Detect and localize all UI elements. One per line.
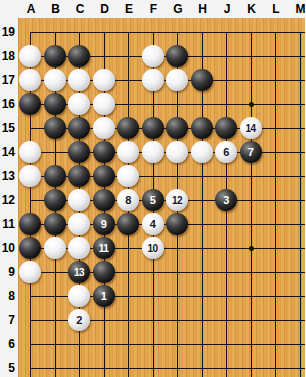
stone-white-F10-move-10[interactable]: 10 bbox=[142, 237, 164, 259]
row-label-9: 9 bbox=[0, 265, 15, 279]
stone-black-D11-move-9[interactable]: 9 bbox=[93, 213, 115, 235]
move-number-label: 1 bbox=[101, 290, 107, 302]
stone-white-H14[interactable] bbox=[191, 141, 213, 163]
stone-white-B17[interactable] bbox=[44, 69, 66, 91]
go-board-diagram: ABCDEFGHJKLM 1918171615141312111098765 1… bbox=[0, 0, 305, 377]
stone-black-B12[interactable] bbox=[44, 189, 66, 211]
stone-black-D9[interactable] bbox=[93, 261, 115, 283]
move-number-label: 5 bbox=[150, 194, 156, 206]
stone-black-A11[interactable] bbox=[19, 213, 41, 235]
stone-white-C12[interactable] bbox=[68, 189, 90, 211]
stone-black-C14[interactable] bbox=[68, 141, 90, 163]
stone-white-D16[interactable] bbox=[93, 93, 115, 115]
stone-white-D17[interactable] bbox=[93, 69, 115, 91]
stone-white-E12-move-8[interactable]: 8 bbox=[117, 189, 139, 211]
stone-white-F14[interactable] bbox=[142, 141, 164, 163]
stone-white-E14[interactable] bbox=[117, 141, 139, 163]
move-number-label: 2 bbox=[76, 314, 82, 326]
stone-white-C10[interactable] bbox=[68, 237, 90, 259]
stone-black-B13[interactable] bbox=[44, 165, 66, 187]
stone-black-F15[interactable] bbox=[142, 117, 164, 139]
stone-black-B16[interactable] bbox=[44, 93, 66, 115]
stone-white-F11-move-4[interactable]: 4 bbox=[142, 213, 164, 235]
grid-vline-L bbox=[275, 32, 276, 377]
row-label-13: 13 bbox=[0, 169, 15, 183]
stone-black-A10[interactable] bbox=[19, 237, 41, 259]
grid-hline-6 bbox=[30, 344, 305, 345]
col-label-D: D bbox=[93, 2, 117, 17]
stone-white-A18[interactable] bbox=[19, 45, 41, 67]
stone-white-E13[interactable] bbox=[117, 165, 139, 187]
col-label-H: H bbox=[191, 2, 215, 17]
stone-black-B11[interactable] bbox=[44, 213, 66, 235]
move-number-label: 11 bbox=[99, 243, 109, 254]
row-label-19: 19 bbox=[0, 25, 15, 39]
stone-black-G11[interactable] bbox=[166, 213, 188, 235]
stone-white-A9[interactable] bbox=[19, 261, 41, 283]
stone-black-D10-move-11[interactable]: 11 bbox=[93, 237, 115, 259]
move-number-label: 12 bbox=[172, 195, 182, 206]
stone-white-F17[interactable] bbox=[142, 69, 164, 91]
move-number-label: 3 bbox=[223, 194, 229, 206]
row-label-10: 10 bbox=[0, 241, 15, 255]
grid-vline-K bbox=[251, 32, 252, 377]
stone-white-G14[interactable] bbox=[166, 141, 188, 163]
stone-black-C9-move-13[interactable]: 13 bbox=[68, 261, 90, 283]
stone-black-E15[interactable] bbox=[117, 117, 139, 139]
move-number-label: 14 bbox=[245, 123, 255, 134]
row-label-8: 8 bbox=[0, 289, 15, 303]
stone-white-G17[interactable] bbox=[166, 69, 188, 91]
stone-white-J14-move-6[interactable]: 6 bbox=[215, 141, 237, 163]
stone-black-F12-move-5[interactable]: 5 bbox=[142, 189, 164, 211]
row-label-6: 6 bbox=[0, 337, 15, 351]
stone-white-F18[interactable] bbox=[142, 45, 164, 67]
stone-black-D8-move-1[interactable]: 1 bbox=[93, 285, 115, 307]
move-number-label: 9 bbox=[101, 218, 107, 230]
col-label-G: G bbox=[166, 2, 190, 17]
star-point-K10 bbox=[249, 246, 254, 251]
move-number-label: 8 bbox=[125, 194, 131, 206]
row-label-5: 5 bbox=[0, 361, 15, 375]
stone-black-E11[interactable] bbox=[117, 213, 139, 235]
move-number-label: 4 bbox=[150, 218, 156, 230]
col-label-J: J bbox=[215, 2, 239, 17]
stone-black-D14[interactable] bbox=[93, 141, 115, 163]
star-point-K16 bbox=[249, 102, 254, 107]
move-number-label: 6 bbox=[223, 146, 229, 158]
move-number-label: 10 bbox=[147, 243, 157, 254]
stone-white-B10[interactable] bbox=[44, 237, 66, 259]
stone-black-G18[interactable] bbox=[166, 45, 188, 67]
stone-black-B18[interactable] bbox=[44, 45, 66, 67]
col-label-C: C bbox=[68, 2, 92, 17]
stone-black-D12[interactable] bbox=[93, 189, 115, 211]
row-label-12: 12 bbox=[0, 193, 15, 207]
stone-white-G12-move-12[interactable]: 12 bbox=[166, 189, 188, 211]
stone-black-D13[interactable] bbox=[93, 165, 115, 187]
move-number-label: 7 bbox=[248, 146, 254, 158]
row-label-7: 7 bbox=[0, 313, 15, 327]
col-label-B: B bbox=[44, 2, 68, 17]
col-label-K: K bbox=[240, 2, 264, 17]
stone-black-B15[interactable] bbox=[44, 117, 66, 139]
stone-black-C13[interactable] bbox=[68, 165, 90, 187]
col-label-M: M bbox=[289, 2, 306, 17]
col-label-F: F bbox=[142, 2, 166, 17]
stone-white-C17[interactable] bbox=[68, 69, 90, 91]
stone-black-K14-move-7[interactable]: 7 bbox=[240, 141, 262, 163]
stone-black-J15[interactable] bbox=[215, 117, 237, 139]
stone-white-A14[interactable] bbox=[19, 141, 41, 163]
row-label-14: 14 bbox=[0, 145, 15, 159]
stone-black-C15[interactable] bbox=[68, 117, 90, 139]
stone-black-C18[interactable] bbox=[68, 45, 90, 67]
row-label-11: 11 bbox=[0, 217, 15, 231]
col-label-L: L bbox=[264, 2, 288, 17]
col-label-A: A bbox=[19, 2, 43, 17]
row-label-16: 16 bbox=[0, 97, 15, 111]
move-number-label: 13 bbox=[74, 267, 84, 278]
row-label-18: 18 bbox=[0, 49, 15, 63]
grid-vline-M bbox=[300, 32, 301, 377]
stone-white-A17[interactable] bbox=[19, 69, 41, 91]
stone-white-C16[interactable] bbox=[68, 93, 90, 115]
stone-white-A13[interactable] bbox=[19, 165, 41, 187]
stone-black-J12-move-3[interactable]: 3 bbox=[215, 189, 237, 211]
stone-white-C7-move-2[interactable]: 2 bbox=[68, 309, 90, 331]
stone-black-H15[interactable] bbox=[191, 117, 213, 139]
stone-white-C11[interactable] bbox=[68, 213, 90, 235]
stone-black-A16[interactable] bbox=[19, 93, 41, 115]
stone-white-K15-move-14[interactable]: 14 bbox=[240, 117, 262, 139]
stone-black-G15[interactable] bbox=[166, 117, 188, 139]
stone-white-D15[interactable] bbox=[93, 117, 115, 139]
col-label-E: E bbox=[117, 2, 141, 17]
stone-white-C8[interactable] bbox=[68, 285, 90, 307]
row-label-17: 17 bbox=[0, 73, 15, 87]
stone-black-H17[interactable] bbox=[191, 69, 213, 91]
row-label-15: 15 bbox=[0, 121, 15, 135]
grid-hline-19 bbox=[30, 32, 305, 33]
grid-hline-5 bbox=[30, 368, 305, 369]
